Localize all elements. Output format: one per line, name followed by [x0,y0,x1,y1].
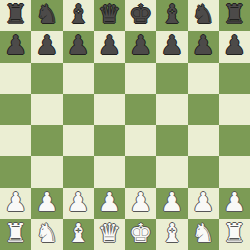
piece-white-pawn[interactable]: ♟ [160,187,183,218]
piece-black-pawn[interactable]: ♟ [4,30,27,61]
square-g4[interactable] [188,125,219,156]
square-d3[interactable] [94,156,125,187]
piece-black-bishop[interactable]: ♝ [160,0,183,30]
piece-black-bishop[interactable]: ♝ [66,0,89,30]
square-g1[interactable]: ♞ [188,219,219,250]
square-c1[interactable]: ♝ [63,219,94,250]
piece-white-pawn[interactable]: ♟ [4,187,27,218]
square-g7[interactable]: ♟ [188,31,219,62]
square-g6[interactable] [188,63,219,94]
square-e1[interactable]: ♚ [125,219,156,250]
piece-white-pawn[interactable]: ♟ [66,187,89,218]
piece-black-pawn[interactable]: ♟ [191,30,214,61]
piece-white-pawn[interactable]: ♟ [35,187,58,218]
square-h6[interactable] [219,63,250,94]
square-d4[interactable] [94,125,125,156]
square-f4[interactable] [156,125,187,156]
square-d6[interactable] [94,63,125,94]
piece-black-knight[interactable]: ♞ [191,0,214,30]
piece-white-pawn[interactable]: ♟ [98,187,121,218]
piece-white-king[interactable]: ♚ [129,218,152,249]
square-h7[interactable]: ♟ [219,31,250,62]
piece-white-queen[interactable]: ♛ [98,218,121,249]
piece-black-knight[interactable]: ♞ [35,0,58,30]
piece-black-queen[interactable]: ♛ [98,0,121,30]
square-a4[interactable] [0,125,31,156]
piece-white-bishop[interactable]: ♝ [66,218,89,249]
square-g8[interactable]: ♞ [188,0,219,31]
square-f1[interactable]: ♝ [156,219,187,250]
piece-white-pawn[interactable]: ♟ [223,187,246,218]
piece-black-pawn[interactable]: ♟ [66,30,89,61]
square-c6[interactable] [63,63,94,94]
square-h3[interactable] [219,156,250,187]
square-e3[interactable] [125,156,156,187]
square-b1[interactable]: ♞ [31,219,62,250]
square-d2[interactable]: ♟ [94,188,125,219]
square-g3[interactable] [188,156,219,187]
square-b3[interactable] [31,156,62,187]
square-e2[interactable]: ♟ [125,188,156,219]
piece-white-rook[interactable]: ♜ [223,218,246,249]
square-d8[interactable]: ♛ [94,0,125,31]
square-b2[interactable]: ♟ [31,188,62,219]
piece-black-pawn[interactable]: ♟ [160,30,183,61]
square-c5[interactable] [63,94,94,125]
piece-black-pawn[interactable]: ♟ [98,30,121,61]
square-a1[interactable]: ♜ [0,219,31,250]
square-f7[interactable]: ♟ [156,31,187,62]
piece-black-king[interactable]: ♚ [129,0,152,30]
square-b4[interactable] [31,125,62,156]
square-f5[interactable] [156,94,187,125]
piece-white-pawn[interactable]: ♟ [129,187,152,218]
square-a2[interactable]: ♟ [0,188,31,219]
square-c4[interactable] [63,125,94,156]
square-h2[interactable]: ♟ [219,188,250,219]
square-c8[interactable]: ♝ [63,0,94,31]
square-e4[interactable] [125,125,156,156]
square-f2[interactable]: ♟ [156,188,187,219]
square-g2[interactable]: ♟ [188,188,219,219]
square-f8[interactable]: ♝ [156,0,187,31]
square-b7[interactable]: ♟ [31,31,62,62]
square-b5[interactable] [31,94,62,125]
square-e8[interactable]: ♚ [125,0,156,31]
piece-white-pawn[interactable]: ♟ [191,187,214,218]
square-c3[interactable] [63,156,94,187]
piece-black-pawn[interactable]: ♟ [129,30,152,61]
piece-white-bishop[interactable]: ♝ [160,218,183,249]
piece-white-rook[interactable]: ♜ [4,218,27,249]
square-h1[interactable]: ♜ [219,219,250,250]
square-c2[interactable]: ♟ [63,188,94,219]
square-d1[interactable]: ♛ [94,219,125,250]
square-f3[interactable] [156,156,187,187]
piece-white-knight[interactable]: ♞ [191,218,214,249]
square-g5[interactable] [188,94,219,125]
square-a5[interactable] [0,94,31,125]
square-b8[interactable]: ♞ [31,0,62,31]
square-d7[interactable]: ♟ [94,31,125,62]
square-d5[interactable] [94,94,125,125]
piece-black-pawn[interactable]: ♟ [223,30,246,61]
square-e5[interactable] [125,94,156,125]
square-b6[interactable] [31,63,62,94]
square-a7[interactable]: ♟ [0,31,31,62]
square-h5[interactable] [219,94,250,125]
square-e6[interactable] [125,63,156,94]
piece-black-rook[interactable]: ♜ [4,0,27,30]
square-a3[interactable] [0,156,31,187]
square-f6[interactable] [156,63,187,94]
square-a8[interactable]: ♜ [0,0,31,31]
piece-black-rook[interactable]: ♜ [223,0,246,30]
piece-white-knight[interactable]: ♞ [35,218,58,249]
square-e7[interactable]: ♟ [125,31,156,62]
square-h4[interactable] [219,125,250,156]
square-c7[interactable]: ♟ [63,31,94,62]
square-h8[interactable]: ♜ [219,0,250,31]
piece-black-pawn[interactable]: ♟ [35,30,58,61]
chess-board: ♜♞♝♛♚♝♞♜♟♟♟♟♟♟♟♟♟♟♟♟♟♟♟♟♜♞♝♛♚♝♞♜ [0,0,250,250]
square-a6[interactable] [0,63,31,94]
